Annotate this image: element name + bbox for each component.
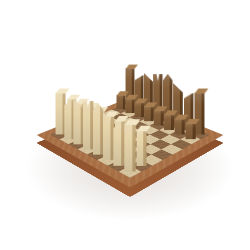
piece-white-knight	[113, 121, 124, 166]
chess-set-photo	[0, 0, 250, 250]
piece-black-pawn	[154, 110, 164, 125]
piece-black-pawn	[125, 99, 134, 114]
piece-black-pawn	[135, 102, 144, 117]
piece-black-pawn	[164, 114, 174, 130]
piece-black-rook	[194, 93, 204, 135]
square-h4	[151, 149, 172, 160]
piece-white-pawn	[136, 130, 146, 166]
piece-black-pawn	[144, 106, 154, 121]
piece-black-pawn	[175, 119, 185, 135]
piece-white-king	[93, 103, 104, 155]
piece-white-rook	[124, 124, 135, 172]
piece-white-knight	[64, 99, 74, 140]
piece-white-rook	[56, 93, 66, 135]
piece-black-pawn	[185, 123, 195, 139]
piece-black-pawn	[116, 95, 125, 110]
